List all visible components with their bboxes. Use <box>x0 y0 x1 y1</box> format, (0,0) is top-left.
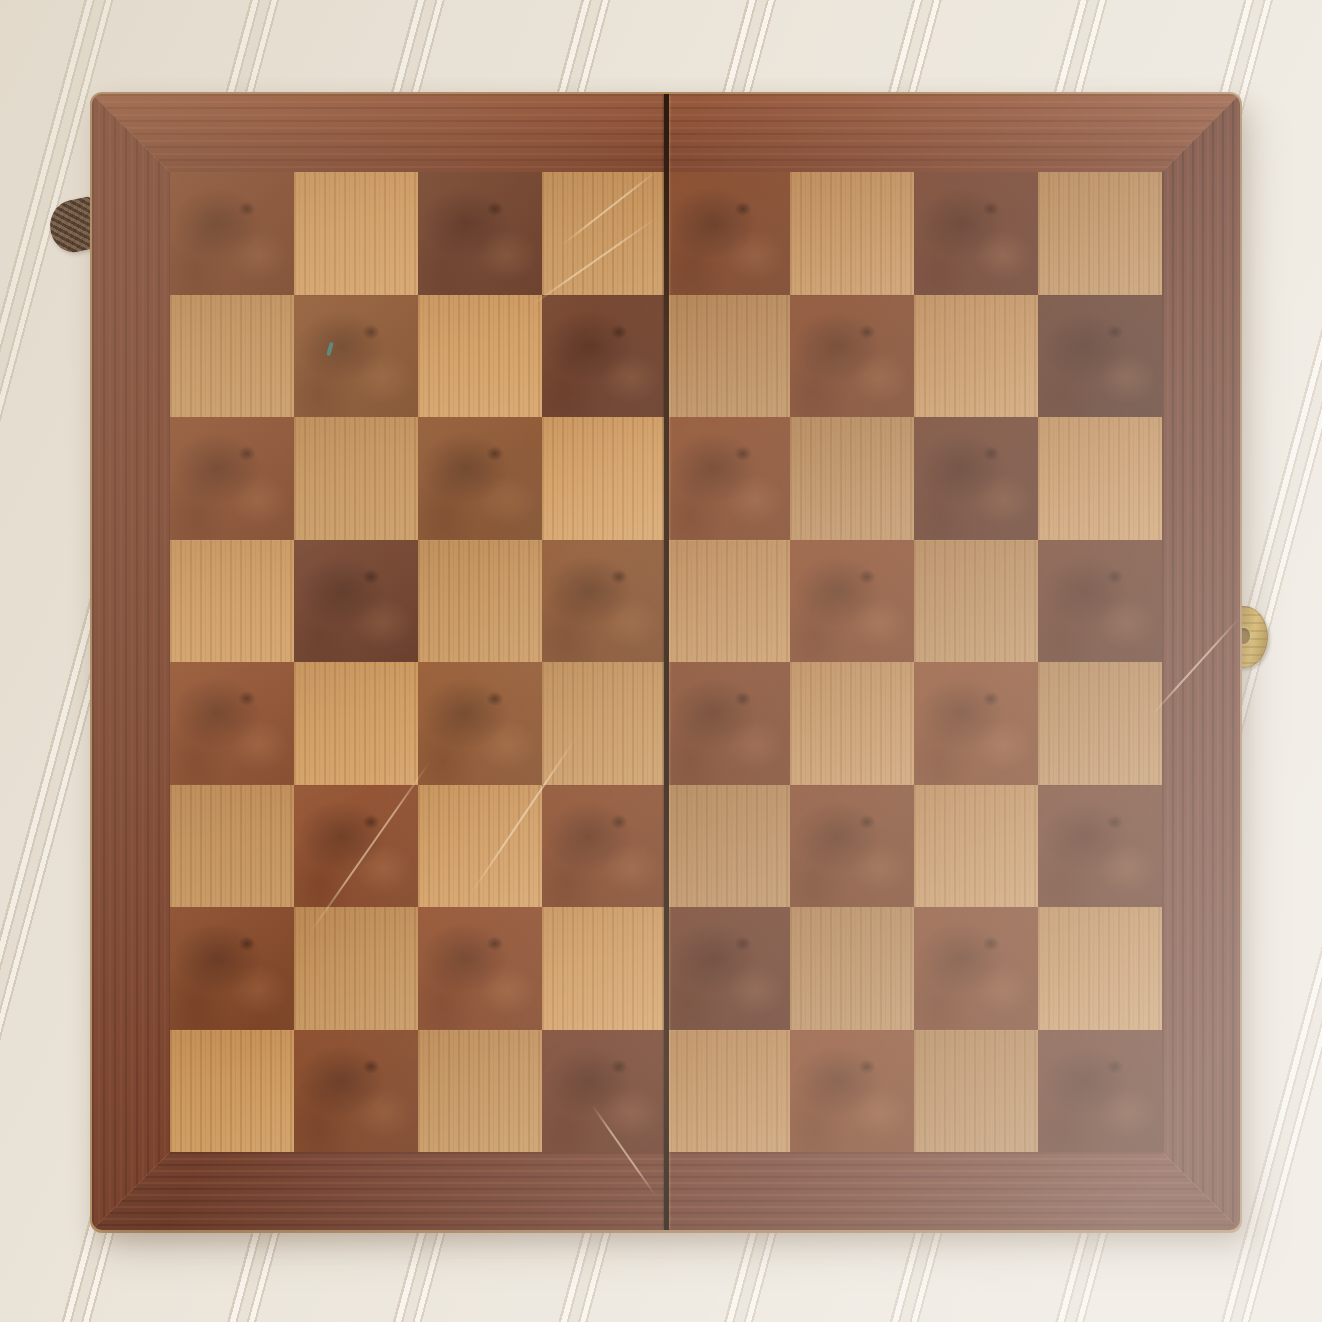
square-a6 <box>170 417 294 540</box>
square-a7 <box>170 295 294 418</box>
square-c2 <box>418 907 542 1030</box>
square-a1 <box>170 1030 294 1153</box>
square-b5 <box>294 540 418 663</box>
square-e5 <box>666 540 790 663</box>
square-h3 <box>1038 785 1162 908</box>
square-f6 <box>790 417 914 540</box>
square-c7 <box>418 295 542 418</box>
square-g4 <box>914 662 1038 785</box>
square-f8 <box>790 172 914 295</box>
square-h5 <box>1038 540 1162 663</box>
square-c4 <box>418 662 542 785</box>
square-e2 <box>666 907 790 1030</box>
square-b6 <box>294 417 418 540</box>
square-c8 <box>418 172 542 295</box>
square-c6 <box>418 417 542 540</box>
square-b8 <box>294 172 418 295</box>
square-c5 <box>418 540 542 663</box>
square-h7 <box>1038 295 1162 418</box>
square-a2 <box>170 907 294 1030</box>
square-b2 <box>294 907 418 1030</box>
square-b7 <box>294 295 418 418</box>
square-a8 <box>170 172 294 295</box>
square-d6 <box>542 417 666 540</box>
square-f1 <box>790 1030 914 1153</box>
square-g3 <box>914 785 1038 908</box>
square-c1 <box>418 1030 542 1153</box>
square-e8 <box>666 172 790 295</box>
square-h1 <box>1038 1030 1162 1153</box>
square-e6 <box>666 417 790 540</box>
square-f7 <box>790 295 914 418</box>
photo-scene <box>0 0 1322 1322</box>
square-f3 <box>790 785 914 908</box>
square-f5 <box>790 540 914 663</box>
board-frame-right <box>1162 94 1240 1230</box>
square-d4 <box>542 662 666 785</box>
square-b1 <box>294 1030 418 1153</box>
square-a4 <box>170 662 294 785</box>
square-f2 <box>790 907 914 1030</box>
square-g6 <box>914 417 1038 540</box>
square-h8 <box>1038 172 1162 295</box>
square-g1 <box>914 1030 1038 1153</box>
square-h2 <box>1038 907 1162 1030</box>
square-a3 <box>170 785 294 908</box>
square-g8 <box>914 172 1038 295</box>
square-d5 <box>542 540 666 663</box>
square-e3 <box>666 785 790 908</box>
board-frame-left <box>92 94 170 1230</box>
square-c3 <box>418 785 542 908</box>
square-d2 <box>542 907 666 1030</box>
square-g2 <box>914 907 1038 1030</box>
square-f4 <box>790 662 914 785</box>
square-d1 <box>542 1030 666 1153</box>
square-e1 <box>666 1030 790 1153</box>
square-d8 <box>542 172 666 295</box>
square-a5 <box>170 540 294 663</box>
square-g7 <box>914 295 1038 418</box>
square-d7 <box>542 295 666 418</box>
square-b3 <box>294 785 418 908</box>
fold-seam <box>664 94 669 1230</box>
square-h4 <box>1038 662 1162 785</box>
square-g5 <box>914 540 1038 663</box>
square-b4 <box>294 662 418 785</box>
square-e4 <box>666 662 790 785</box>
square-d3 <box>542 785 666 908</box>
chess-board <box>92 94 1240 1230</box>
square-e7 <box>666 295 790 418</box>
square-h6 <box>1038 417 1162 540</box>
